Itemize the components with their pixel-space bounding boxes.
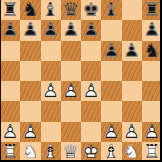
square-h4[interactable] [142,81,162,101]
black-pawn[interactable]: ♟♙ [20,20,40,40]
white-bishop[interactable]: ♝♗ [101,142,121,162]
square-g4[interactable] [122,81,142,101]
white-bishop[interactable]: ♝♗ [41,142,61,162]
square-b1[interactable]: ♞♘ [20,142,40,162]
white-rook[interactable]: ♜♖ [142,142,162,162]
square-e6[interactable] [81,41,101,61]
square-f8[interactable]: ♝♗ [101,0,121,20]
square-c1[interactable]: ♝♗ [41,142,61,162]
square-e7[interactable]: ♟♙ [81,20,101,40]
white-pawn[interactable]: ♟♙ [81,81,101,101]
black-pawn[interactable]: ♟♙ [122,41,142,61]
square-e1[interactable]: ♚♔ [81,142,101,162]
square-a6[interactable] [0,41,20,61]
square-c4[interactable]: ♟♙ [41,81,61,101]
square-e3[interactable] [81,101,101,121]
square-b6[interactable] [20,41,40,61]
square-f5[interactable] [101,61,121,81]
square-g8[interactable] [122,0,142,20]
square-b4[interactable] [20,81,40,101]
square-h1[interactable]: ♜♖ [142,142,162,162]
black-knight[interactable]: ♞♘ [142,41,162,61]
black-pawn[interactable]: ♟♙ [0,20,20,40]
square-f4[interactable] [101,81,121,101]
square-c3[interactable] [41,101,61,121]
square-g6[interactable]: ♟♙ [122,41,142,61]
square-d7[interactable]: ♟♙ [61,20,81,40]
square-f1[interactable]: ♝♗ [101,142,121,162]
black-bishop[interactable]: ♝♗ [101,0,121,20]
black-pawn[interactable]: ♟♙ [81,20,101,40]
chess-board-window: ♜♖♞♘♝♗♛♕♚♔♝♗♜♖♟♙♟♙♟♙♟♙♟♙♟♙♟♙♟♙♞♘♟♙♟♙♟♙♟♙… [0,0,162,162]
square-a5[interactable] [0,61,20,81]
square-a4[interactable] [0,81,20,101]
black-pawn[interactable]: ♟♙ [41,20,61,40]
square-h5[interactable] [142,61,162,81]
white-pawn[interactable]: ♟♙ [41,81,61,101]
square-d4[interactable]: ♟♙ [61,81,81,101]
black-pawn[interactable]: ♟♙ [61,20,81,40]
square-g5[interactable] [122,61,142,81]
square-c7[interactable]: ♟♙ [41,20,61,40]
square-d1[interactable]: ♛♕ [61,142,81,162]
white-king[interactable]: ♚♔ [81,142,101,162]
white-queen[interactable]: ♛♕ [61,142,81,162]
white-rook[interactable]: ♜♖ [0,142,20,162]
white-knight[interactable]: ♞♘ [20,142,40,162]
square-a1[interactable]: ♜♖ [0,142,20,162]
square-d3[interactable] [61,101,81,121]
chess-board: ♜♖♞♘♝♗♛♕♚♔♝♗♜♖♟♙♟♙♟♙♟♙♟♙♟♙♟♙♟♙♞♘♟♙♟♙♟♙♟♙… [0,0,162,162]
square-g1[interactable]: ♞♘ [122,142,142,162]
black-pawn[interactable]: ♟♙ [101,41,121,61]
white-pawn[interactable]: ♟♙ [61,81,81,101]
square-h6[interactable]: ♞♘ [142,41,162,61]
square-a7[interactable]: ♟♙ [0,20,20,40]
square-b7[interactable]: ♟♙ [20,20,40,40]
square-f6[interactable]: ♟♙ [101,41,121,61]
square-d6[interactable] [61,41,81,61]
square-b5[interactable] [20,61,40,81]
square-c6[interactable] [41,41,61,61]
square-e4[interactable]: ♟♙ [81,81,101,101]
white-knight[interactable]: ♞♘ [122,142,142,162]
